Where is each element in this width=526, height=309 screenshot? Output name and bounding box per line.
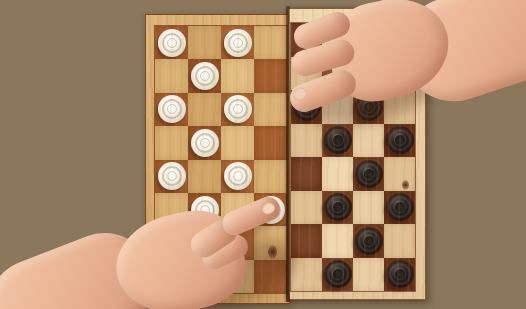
cell-r1c7[interactable] — [353, 23, 384, 57]
black-piece[interactable] — [324, 260, 352, 288]
cell-r3c6 — [322, 90, 353, 124]
cell-r1c1[interactable] — [155, 26, 188, 59]
cell-r6c1 — [155, 193, 188, 226]
piece-ring — [358, 230, 380, 252]
cell-r3c5[interactable] — [291, 90, 322, 124]
scene — [0, 0, 526, 309]
cell-r3c2 — [188, 93, 221, 126]
piece-ring — [228, 166, 248, 186]
board-right-grid — [291, 23, 415, 291]
cell-r8c2[interactable] — [188, 260, 221, 293]
wood-knot — [268, 245, 277, 259]
cell-r7c5[interactable] — [291, 224, 322, 258]
black-piece[interactable] — [355, 160, 383, 188]
cell-r8c7 — [353, 258, 384, 292]
piece-ring — [327, 263, 349, 285]
piece-ring — [389, 196, 411, 218]
cell-r3c7[interactable] — [353, 90, 384, 124]
white-piece[interactable] — [158, 29, 186, 57]
white-piece[interactable] — [191, 129, 219, 157]
cell-r2c3 — [221, 59, 254, 92]
cell-r5c3[interactable] — [221, 160, 254, 193]
piece-ring — [327, 196, 349, 218]
cell-r2c8[interactable] — [384, 57, 415, 91]
cell-r6c4[interactable] — [254, 193, 287, 226]
cell-r1c5[interactable] — [291, 23, 322, 57]
cell-r5c8 — [384, 157, 415, 191]
cell-r6c3 — [221, 193, 254, 226]
cell-r2c6[interactable] — [322, 57, 353, 91]
cell-r7c8 — [384, 224, 415, 258]
piece-ring — [296, 96, 318, 118]
cell-r3c8 — [384, 90, 415, 124]
white-piece[interactable] — [158, 95, 186, 123]
white-piece[interactable] — [158, 162, 186, 190]
board-left-half — [145, 14, 290, 304]
board-hinge — [286, 6, 290, 302]
white-piece[interactable] — [191, 62, 219, 90]
white-piece[interactable] — [257, 196, 285, 224]
black-piece[interactable] — [386, 193, 414, 221]
cell-r8c5 — [291, 258, 322, 292]
cell-r7c7[interactable] — [353, 224, 384, 258]
piece-ring — [195, 133, 215, 153]
cell-r8c3 — [221, 260, 254, 293]
cell-r5c4 — [254, 160, 287, 193]
wood-knot — [402, 180, 409, 190]
piece-ring — [228, 99, 248, 119]
piece-ring — [358, 96, 380, 118]
piece-ring — [162, 99, 182, 119]
board-right-half — [288, 8, 426, 300]
cell-r4c1 — [155, 126, 188, 159]
piece-ring — [389, 129, 411, 151]
piece-ring — [327, 129, 349, 151]
cell-r8c4[interactable] — [254, 260, 287, 293]
cell-r1c2 — [188, 26, 221, 59]
piece-ring — [162, 166, 182, 186]
black-piece[interactable] — [324, 193, 352, 221]
black-piece[interactable] — [324, 126, 352, 154]
cell-r2c7 — [353, 57, 384, 91]
white-piece[interactable] — [224, 29, 252, 57]
cell-r4c2[interactable] — [188, 126, 221, 159]
cell-r8c6[interactable] — [322, 258, 353, 292]
cell-r8c1 — [155, 260, 188, 293]
cell-r4c4[interactable] — [254, 126, 287, 159]
cell-r3c3[interactable] — [221, 93, 254, 126]
piece-ring — [389, 263, 411, 285]
cell-r5c5[interactable] — [291, 157, 322, 191]
piece-ring — [228, 33, 248, 53]
cell-r7c2 — [188, 226, 221, 259]
black-piece[interactable] — [355, 93, 383, 121]
cell-r7c1[interactable] — [155, 226, 188, 259]
black-piece[interactable] — [386, 260, 414, 288]
cell-r1c4 — [254, 26, 287, 59]
cell-r4c3 — [221, 126, 254, 159]
black-piece[interactable] — [386, 126, 414, 154]
piece-ring — [195, 200, 215, 220]
cell-r6c7 — [353, 191, 384, 225]
cell-r4c5 — [291, 124, 322, 158]
cell-r6c6[interactable] — [322, 191, 353, 225]
piece-ring — [358, 163, 380, 185]
cell-r4c7 — [353, 124, 384, 158]
white-piece[interactable] — [224, 95, 252, 123]
cell-r2c1 — [155, 59, 188, 92]
cell-r4c8[interactable] — [384, 124, 415, 158]
black-piece[interactable] — [355, 227, 383, 255]
cell-r3c1[interactable] — [155, 93, 188, 126]
piece-ring — [162, 33, 182, 53]
cell-r7c3[interactable] — [221, 226, 254, 259]
cell-r5c7[interactable] — [353, 157, 384, 191]
white-piece[interactable] — [224, 162, 252, 190]
black-piece[interactable] — [293, 93, 321, 121]
white-piece[interactable] — [191, 196, 219, 224]
cell-r1c8 — [384, 23, 415, 57]
cell-r4c6[interactable] — [322, 124, 353, 158]
cell-r2c4[interactable] — [254, 59, 287, 92]
cell-r6c5 — [291, 191, 322, 225]
cell-r2c5 — [291, 57, 322, 91]
piece-ring — [261, 200, 281, 220]
cell-r6c2[interactable] — [188, 193, 221, 226]
cell-r7c6 — [322, 224, 353, 258]
piece-ring — [195, 66, 215, 86]
cell-r1c6 — [322, 23, 353, 57]
cell-r5c1[interactable] — [155, 160, 188, 193]
cell-r5c6 — [322, 157, 353, 191]
cell-r1c3[interactable] — [221, 26, 254, 59]
cell-r5c2 — [188, 160, 221, 193]
cell-r8c8[interactable] — [384, 258, 415, 292]
cell-r2c2[interactable] — [188, 59, 221, 92]
cell-r3c4 — [254, 93, 287, 126]
cell-r6c8[interactable] — [384, 191, 415, 225]
